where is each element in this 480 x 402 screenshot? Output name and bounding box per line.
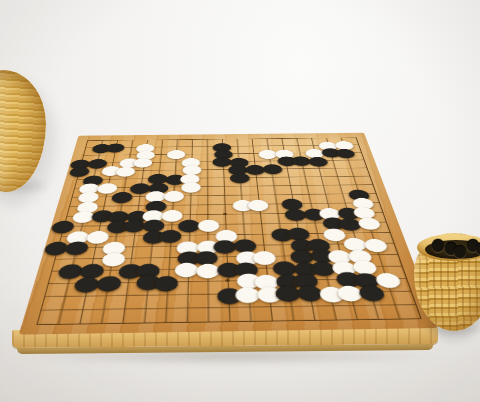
basket-black-stone: ● xyxy=(453,243,467,259)
white-stone[interactable]: ● xyxy=(351,214,387,232)
star-point xyxy=(223,213,227,215)
basket-opening: ●●●●● xyxy=(425,240,480,259)
black-stone[interactable]: ● xyxy=(226,170,255,185)
white-stone[interactable]: ● xyxy=(110,164,140,178)
black-stone[interactable]: ● xyxy=(148,271,184,293)
basket-black-stone: ● xyxy=(431,237,445,253)
black-stone[interactable]: ● xyxy=(59,237,96,256)
black-stone[interactable]: ● xyxy=(106,189,138,205)
black-stone[interactable]: ● xyxy=(303,154,333,168)
go-board[interactable]: ●●●●●●●●●●●●●●●●●●●●●●●●●●●●●●●●●●●●●●●●… xyxy=(19,133,439,335)
white-stone[interactable]: ● xyxy=(243,196,274,212)
black-stone[interactable]: ● xyxy=(330,146,360,159)
black-stone[interactable]: ● xyxy=(90,272,128,294)
board-perspective-wrapper: ●●●●●●●●●●●●●●●●●●●●●●●●●●●●●●●●●●●●●●●●… xyxy=(19,133,439,335)
basket-black-stone: ● xyxy=(475,240,480,256)
black-stone[interactable]: ● xyxy=(101,141,130,154)
black-stone[interactable]: ● xyxy=(351,280,392,303)
black-stone[interactable]: ● xyxy=(258,161,287,175)
stone-bowl[interactable] xyxy=(0,70,46,192)
go-game-scene: ●●●●●●●●●●●●●●●●●●●●●●●●●●●●●●●●●●●●●●●●… xyxy=(0,0,480,402)
